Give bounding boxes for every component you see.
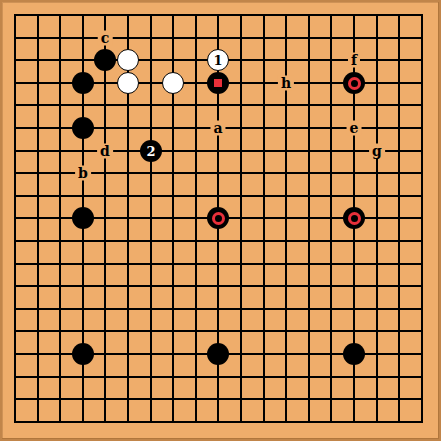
stone-white [117,49,139,71]
grid-line-vertical [376,14,378,423]
point-label-g: g [369,144,385,159]
point-label-a: a [210,121,225,136]
stone-black [94,49,116,71]
grid-line-horizontal [14,330,423,332]
red-square-mark [214,79,222,87]
red-circle-mark [212,212,225,225]
grid-line-vertical [240,14,242,423]
grid-line-vertical [398,14,400,423]
stone-black [72,117,94,139]
point-label-h: h [278,76,294,91]
grid-line-vertical [421,14,423,423]
point-label-b: b [75,166,91,181]
red-circle-mark [348,212,361,225]
grid-line-vertical [263,14,265,423]
point-label-e: e [347,121,362,136]
go-board-diagram: 12abcdefgh [0,0,441,441]
stone-black [343,343,365,365]
grid-line-horizontal [14,421,423,423]
stone-black [207,343,229,365]
grid-line-horizontal [14,263,423,265]
grid-line-horizontal [14,376,423,378]
stone-black-move-2: 2 [140,140,162,162]
grid-line-vertical [308,14,310,423]
stone-white-move-1: 1 [207,49,229,71]
grid-line-vertical [330,14,332,423]
stone-white [117,72,139,94]
red-circle-mark [348,77,361,90]
stone-black [72,72,94,94]
grid-line-horizontal [14,308,423,310]
stone-black [72,343,94,365]
grid-line-horizontal [14,398,423,400]
point-label-d: d [97,144,113,159]
point-label-c: c [98,31,113,46]
stone-black [72,207,94,229]
grid-line-horizontal [14,285,423,287]
stone-white [162,72,184,94]
grid-line-horizontal [14,240,423,242]
point-label-f: f [348,53,360,68]
